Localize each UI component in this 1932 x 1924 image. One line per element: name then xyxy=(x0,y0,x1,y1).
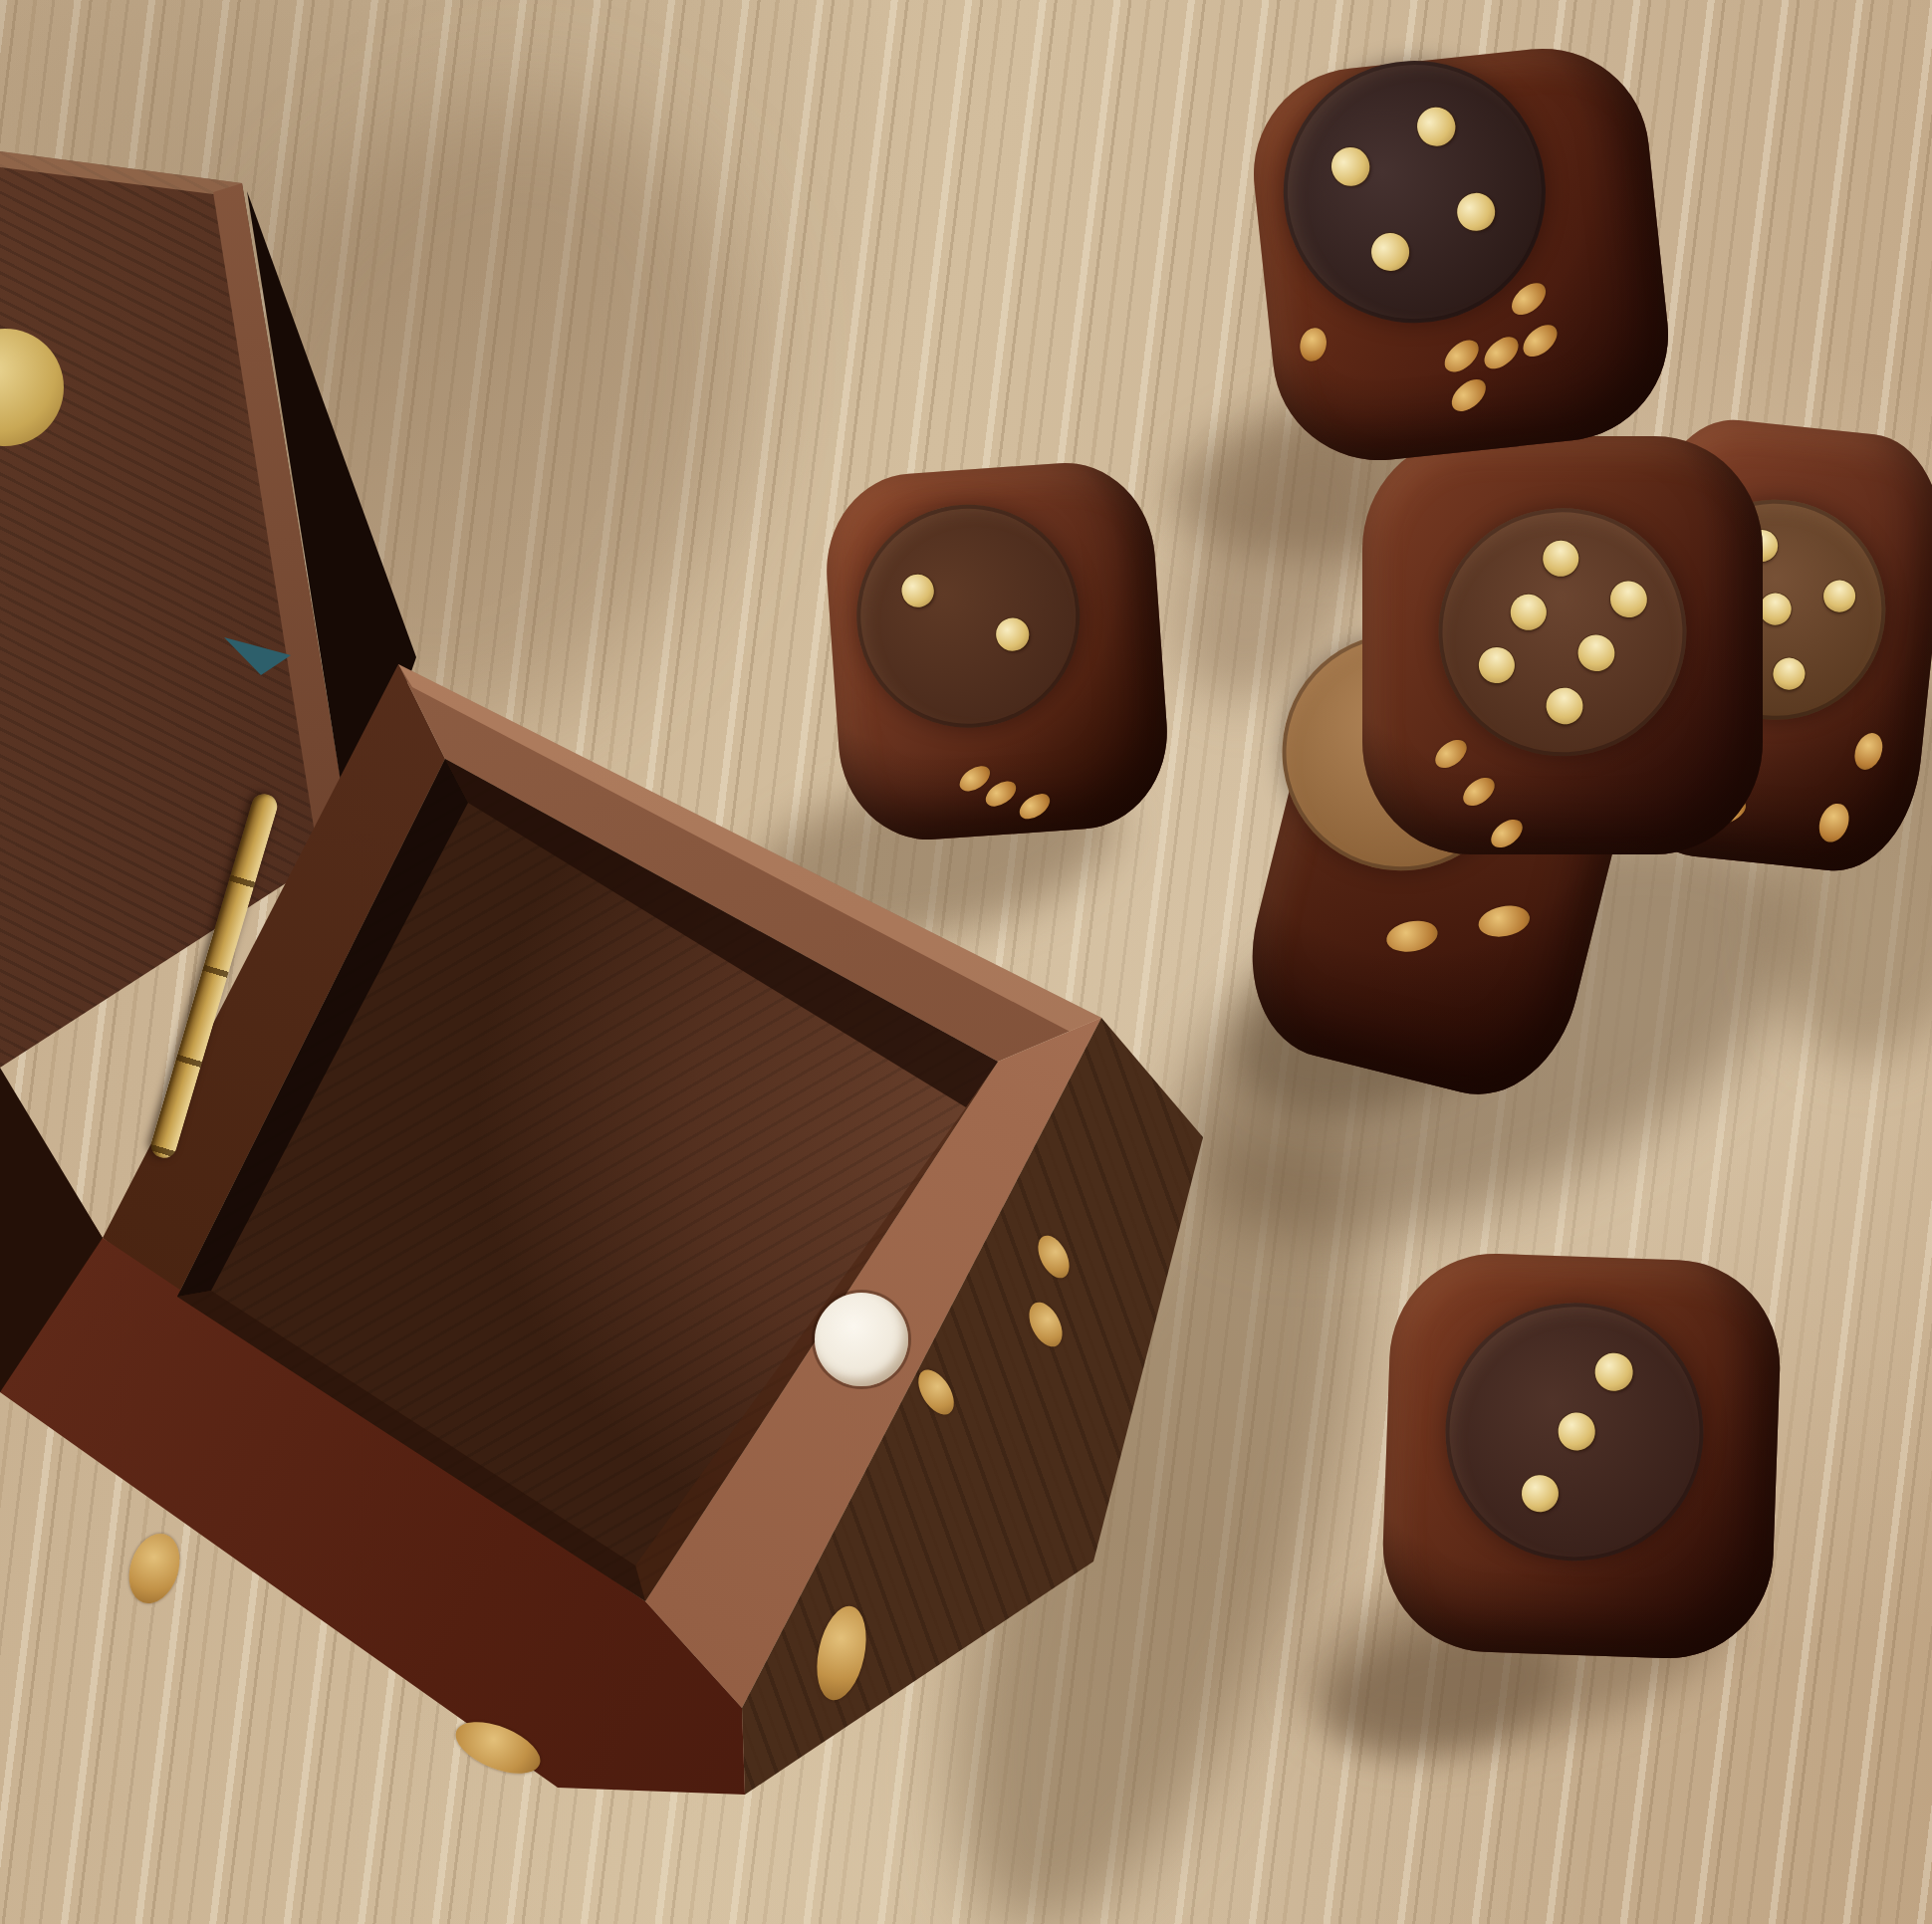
die-cluster-five-pip xyxy=(1767,651,1811,695)
die-bottom-right-pip xyxy=(1594,1352,1634,1392)
die-cluster-six-pip xyxy=(1571,628,1621,678)
lid-brass-pip xyxy=(0,329,64,446)
die-bottom-right-pip xyxy=(1558,1412,1597,1452)
die-top-right-pip xyxy=(1451,187,1502,238)
die-cluster-six-pip xyxy=(1536,535,1585,585)
die-cluster-five-pip xyxy=(1817,574,1861,617)
die-middle-pip xyxy=(897,571,937,610)
die-middle xyxy=(821,457,1174,845)
die-cluster-six xyxy=(1362,436,1763,854)
die-top-right-pip xyxy=(1411,102,1462,152)
die-cluster-six-pip xyxy=(1540,682,1589,732)
die-top-right xyxy=(1243,38,1678,470)
photo-scene-dice-set xyxy=(0,0,1932,1924)
die-bottom-right-pip xyxy=(1520,1474,1560,1514)
die-cluster-six-pip xyxy=(1603,576,1653,625)
die-bottom-right xyxy=(1379,1250,1784,1661)
rim-metal-disc xyxy=(815,1293,908,1386)
die-middle-pip xyxy=(993,614,1033,654)
die-top-right-pip xyxy=(1326,141,1376,192)
die-cluster-six-pip xyxy=(1504,588,1554,637)
die-cluster-six-pip xyxy=(1472,640,1522,690)
die-top-right-pip xyxy=(1365,227,1416,278)
